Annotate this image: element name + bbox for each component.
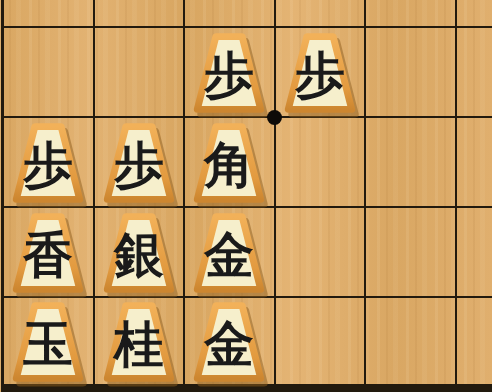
board-cell[interactable] [366,208,457,298]
board-cell[interactable] [366,298,457,384]
board-cell[interactable] [457,118,492,208]
board-cell[interactable] [276,118,367,208]
shogi-piece-king[interactable]: 玉 [9,301,87,383]
board-cell[interactable] [366,0,457,28]
board-cell[interactable] [95,28,186,118]
shogi-piece-gold[interactable]: 金 [190,212,268,294]
board-cell[interactable]: 歩 [4,118,95,208]
board-cell[interactable] [457,298,492,384]
piece-kanji: 歩 [113,136,164,194]
piece-kanji: 桂 [112,315,164,373]
board-cell[interactable] [457,28,492,118]
board-cell[interactable] [366,28,457,118]
shogi-piece-lance[interactable]: 香 [9,212,87,294]
board-cell[interactable]: 角 [185,118,276,208]
board-cell[interactable]: 香 [4,208,95,298]
board-cell[interactable]: 歩 [276,28,367,118]
board-cell[interactable] [95,0,186,28]
shogi-piece-gold[interactable]: 金 [190,301,268,383]
shogi-board: 歩歩歩歩角香銀金玉桂金 [0,0,492,392]
board-cell[interactable] [457,208,492,298]
shogi-piece-pawn[interactable]: 歩 [100,122,178,204]
piece-kanji: 歩 [204,46,255,104]
piece-kanji: 金 [204,315,255,373]
board-cell[interactable] [276,0,367,28]
board-grid: 歩歩歩歩角香銀金玉桂金 [1,0,492,392]
board-cell[interactable]: 金 [185,298,276,384]
board-cell[interactable] [366,118,457,208]
board-cell[interactable]: 歩 [95,118,186,208]
star-point-icon [267,110,282,125]
piece-kanji: 金 [204,226,255,284]
board-cell[interactable] [4,0,95,28]
shogi-piece-bishop[interactable]: 角 [190,122,268,204]
piece-kanji: 角 [203,136,255,194]
piece-kanji: 香 [23,226,74,284]
board-cell[interactable]: 金 [185,208,276,298]
shogi-piece-pawn[interactable]: 歩 [190,32,268,114]
board-cell[interactable] [185,0,276,28]
shogi-piece-knight[interactable]: 桂 [100,301,178,383]
board-cell[interactable]: 桂 [95,298,186,384]
shogi-piece-pawn[interactable]: 歩 [9,122,87,204]
board-cell[interactable] [4,28,95,118]
piece-kanji: 銀 [112,226,164,284]
board-cell[interactable]: 銀 [95,208,186,298]
board-cell[interactable] [276,208,367,298]
shogi-piece-silver[interactable]: 銀 [100,212,178,294]
board-cell[interactable] [276,298,367,384]
piece-kanji: 玉 [23,315,74,373]
board-cell[interactable] [457,0,492,28]
board-cell[interactable]: 玉 [4,298,95,384]
board-cell[interactable]: 歩 [185,28,276,118]
piece-kanji: 歩 [23,136,74,194]
piece-kanji: 歩 [294,46,345,104]
shogi-piece-pawn[interactable]: 歩 [281,32,359,114]
